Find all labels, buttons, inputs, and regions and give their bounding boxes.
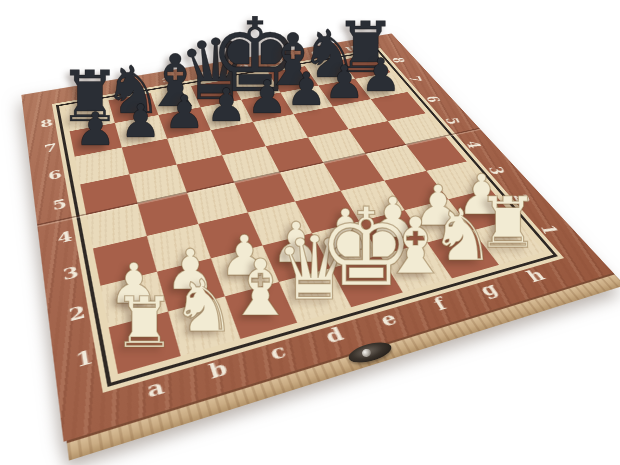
piece-black-pawn-a7[interactable]: ♟ [75,106,116,152]
rank-label-left-1: 1 [74,346,95,370]
piece-black-pawn-c7[interactable]: ♟ [164,89,205,135]
clasp-knob-icon [361,348,372,358]
piece-white-rook-h1[interactable]: ♜ [476,188,539,258]
rank-label-left-7: 7 [43,142,58,155]
piece-black-pawn-d7[interactable]: ♟ [206,81,247,127]
rank-label-left-4: 4 [56,229,73,246]
rank-label-left-6: 6 [47,168,63,182]
piece-black-pawn-g7[interactable]: ♟ [324,59,365,105]
photo-canvas: abcdefghabcdefgh8765432187654321 ♜♞♝♛♚♝♞… [0,0,620,465]
piece-black-pawn-e7[interactable]: ♟ [246,74,287,120]
piece-black-pawn-h7[interactable]: ♟ [360,52,401,98]
piece-black-pawn-f7[interactable]: ♟ [286,66,327,112]
piece-white-rook-a1[interactable]: ♜ [113,288,176,358]
rank-label-left-5: 5 [51,197,67,212]
rank-label-left-3: 3 [61,264,79,283]
rank-label-left-8: 8 [39,117,53,129]
rank-label-right-7: 7 [406,76,424,83]
piece-black-pawn-b7[interactable]: ♟ [120,98,161,144]
rank-label-left-2: 2 [67,303,86,324]
